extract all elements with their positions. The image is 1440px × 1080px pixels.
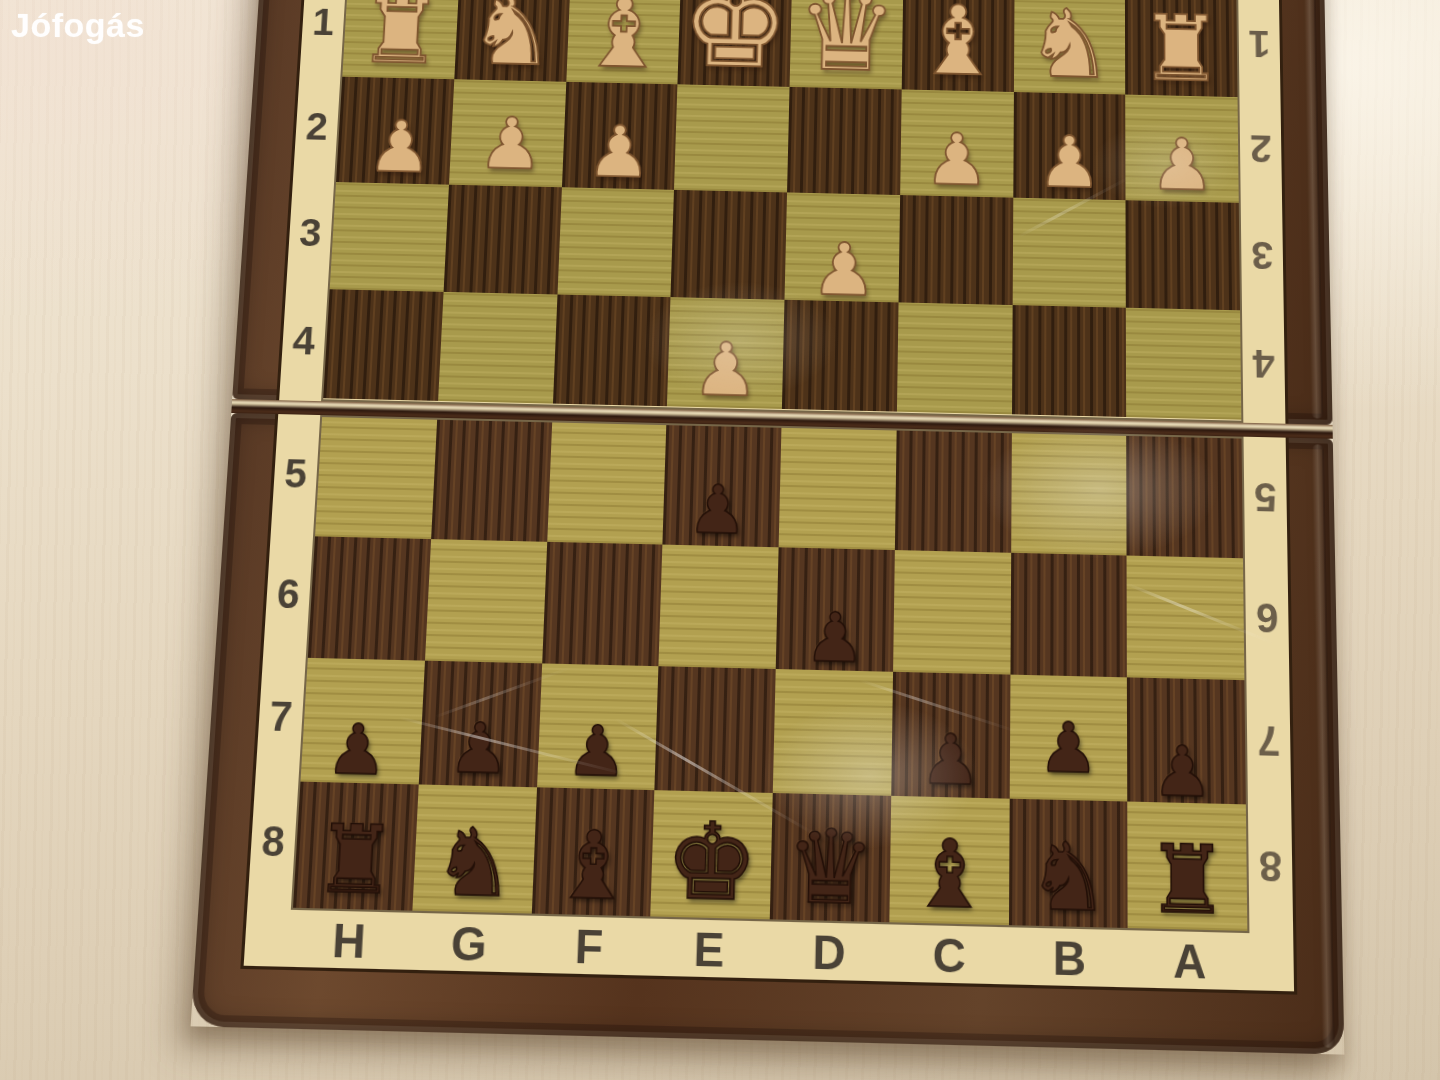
rank-label-right-8: 8 — [1248, 802, 1293, 930]
square-h2: ♟ — [336, 77, 454, 185]
square-a6 — [1127, 556, 1245, 681]
square-g1: ♞ — [454, 0, 570, 82]
piece-white-bishop-c1: ♝ — [913, 0, 1003, 90]
square-b7: ♟ — [1009, 675, 1127, 802]
square-g5 — [431, 420, 552, 542]
piece-black-knight-b8: ♞ — [1027, 830, 1109, 926]
piece-black-rook-h8: ♜ — [312, 813, 399, 908]
piece-black-pawn-b7: ♟ — [1038, 714, 1099, 784]
square-c6 — [893, 550, 1011, 675]
glare-spot — [640, 280, 840, 400]
piece-black-king-e8: ♚ — [664, 808, 760, 917]
piece-white-knight-b1: ♞ — [1026, 0, 1114, 92]
square-f1: ♝ — [566, 0, 681, 84]
jofogas-watermark-logo: Jófogás — [11, 6, 145, 45]
square-g6 — [425, 539, 547, 663]
piece-black-knight-g8: ♞ — [431, 815, 517, 911]
square-b4 — [1012, 305, 1127, 417]
file-label-f: F — [528, 916, 650, 979]
square-c4 — [897, 302, 1012, 414]
square-a8: ♜ — [1127, 802, 1247, 931]
square-h6 — [308, 536, 431, 660]
piece-white-queen-d1: ♛ — [795, 0, 898, 87]
square-c3 — [898, 195, 1013, 305]
piece-white-pawn-g2: ♟ — [477, 107, 545, 179]
file-label-a: A — [1129, 930, 1250, 993]
piece-black-pawn-g7: ♟ — [447, 714, 511, 784]
square-b6 — [1010, 553, 1127, 678]
square-c1: ♝ — [901, 0, 1014, 92]
square-h1: ♜ — [342, 0, 459, 79]
square-g7: ♟ — [418, 661, 541, 788]
square-b3 — [1012, 198, 1126, 308]
piece-black-pawn-f7: ♟ — [565, 717, 628, 787]
square-a3 — [1126, 200, 1240, 310]
square-g2: ♟ — [449, 79, 566, 187]
square-f3 — [557, 187, 674, 297]
square-d3: ♟ — [784, 192, 899, 302]
rank-labels-right-upper: 1234 — [1238, 0, 1285, 424]
square-f8: ♝ — [531, 787, 654, 916]
rank-label-left-4: 4 — [279, 286, 327, 396]
square-f5 — [547, 422, 667, 544]
square-b1: ♞ — [1013, 0, 1125, 95]
square-h3 — [330, 182, 449, 292]
square-h5 — [315, 417, 437, 539]
piece-white-bishop-f1: ♝ — [577, 0, 669, 82]
square-b8: ♞ — [1008, 799, 1127, 928]
square-d1: ♛ — [790, 0, 903, 89]
rank-label-left-8: 8 — [247, 778, 298, 905]
piece-black-rook-a8: ♜ — [1146, 833, 1229, 929]
rank-label-left-2: 2 — [293, 74, 340, 180]
piece-white-king-e1: ♚ — [679, 0, 790, 85]
square-e6 — [659, 545, 779, 669]
piece-black-pawn-d6: ♟ — [804, 604, 866, 673]
file-label-g: G — [407, 913, 530, 976]
square-f6 — [542, 542, 663, 666]
square-f7: ♟ — [537, 663, 659, 790]
file-label-b: B — [1009, 927, 1129, 990]
piece-black-pawn-e5: ♟ — [687, 477, 749, 545]
square-d6: ♟ — [776, 547, 895, 671]
piece-white-pawn-h2: ♟ — [366, 110, 435, 182]
rank-label-left-7: 7 — [255, 655, 306, 780]
square-h4 — [323, 289, 443, 401]
rank-labels-right-lower: 5678 — [1244, 437, 1294, 935]
piece-white-pawn-f2: ♟ — [585, 115, 653, 187]
square-g4 — [438, 292, 557, 404]
piece-white-pawn-c2: ♟ — [924, 123, 990, 195]
square-e2 — [674, 84, 789, 192]
piece-black-bishop-f8: ♝ — [550, 818, 635, 914]
piece-white-rook-a1: ♜ — [1139, 3, 1223, 95]
rank-label-right-3: 3 — [1241, 201, 1284, 309]
glare-spot — [760, 700, 980, 850]
square-d5 — [779, 428, 897, 550]
rank-label-right-4: 4 — [1242, 308, 1285, 418]
file-label-h: H — [287, 910, 410, 973]
square-a4 — [1126, 308, 1241, 420]
square-g8: ♞ — [412, 784, 536, 913]
square-a7: ♟ — [1127, 677, 1246, 804]
file-label-e: E — [648, 919, 770, 982]
rank-label-right-1: 1 — [1238, 0, 1280, 96]
square-e1: ♚ — [678, 0, 792, 87]
piece-white-rook-h1: ♜ — [356, 0, 444, 77]
piece-black-pawn-h7: ♟ — [325, 715, 390, 785]
rank-label-right-7: 7 — [1246, 678, 1291, 803]
square-d2 — [787, 87, 901, 195]
piece-white-knight-g1: ♞ — [466, 0, 557, 80]
rank-label-left-1: 1 — [300, 0, 347, 75]
square-a1: ♜ — [1125, 0, 1237, 97]
rank-label-right-2: 2 — [1239, 95, 1282, 202]
square-h8: ♜ — [293, 782, 418, 911]
rank-label-left-5: 5 — [271, 414, 320, 534]
square-e8: ♚ — [650, 790, 772, 919]
photo-scene: 1234 ♜♞♝♚♛♝♞♜♟♟♟♟♟♟♟♟ 1234 5678 ♟♟♟♟♟♟♟♟… — [0, 0, 1440, 1080]
square-f2: ♟ — [561, 82, 677, 190]
rank-label-left-6: 6 — [263, 533, 313, 655]
piece-white-pawn-d3: ♟ — [810, 232, 877, 305]
rank-label-right-6: 6 — [1245, 556, 1289, 679]
piece-black-pawn-a7: ♟ — [1152, 737, 1213, 808]
square-c2: ♟ — [900, 89, 1014, 197]
square-g3 — [443, 185, 561, 295]
rank-label-left-3: 3 — [286, 179, 334, 287]
square-e5: ♟ — [663, 425, 782, 547]
glare-spot — [980, 420, 1220, 560]
glare-spot — [1090, 120, 1240, 210]
file-label-c: C — [889, 924, 1010, 987]
rank-label-right-5: 5 — [1244, 437, 1288, 558]
file-label-d: D — [768, 921, 889, 984]
